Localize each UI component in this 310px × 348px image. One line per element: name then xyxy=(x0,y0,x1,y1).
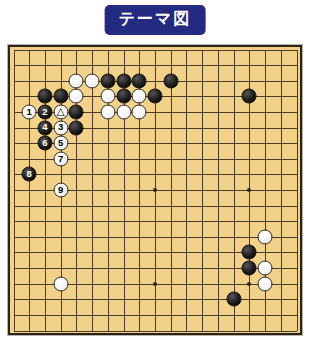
star-point xyxy=(247,282,251,286)
stone-black xyxy=(116,89,131,104)
stone-black xyxy=(53,89,68,104)
stone-white-move-9: 9 xyxy=(53,183,68,198)
stone-black xyxy=(69,120,84,135)
stone-black xyxy=(116,73,131,88)
stone-white-move-5: 5 xyxy=(53,136,68,151)
star-point xyxy=(153,188,157,192)
move-number-label: 4 xyxy=(42,122,47,132)
stone-white xyxy=(100,89,115,104)
grid-line-vertical xyxy=(202,50,203,331)
grid-line-horizontal xyxy=(14,206,297,207)
stone-black-move-8: 8 xyxy=(22,167,37,182)
stone-white-move-3: 3 xyxy=(53,120,68,135)
stone-white-marked: △ xyxy=(53,104,68,119)
stone-white xyxy=(69,73,84,88)
stone-white xyxy=(258,229,273,244)
move-number-label: 3 xyxy=(58,122,63,132)
stone-white-move-1: 1 xyxy=(22,104,37,119)
diagram-title: テーマ図 xyxy=(105,5,206,35)
stone-white xyxy=(132,104,147,119)
stone-white xyxy=(258,261,273,276)
stone-black xyxy=(69,104,84,119)
stone-black xyxy=(226,292,241,307)
stone-black xyxy=(242,261,257,276)
stone-white xyxy=(116,104,131,119)
grid-line-horizontal xyxy=(14,331,297,332)
move-number-label: 6 xyxy=(42,138,47,148)
move-number-label: 8 xyxy=(27,169,32,179)
grid-line-vertical xyxy=(218,50,219,331)
grid-line-vertical xyxy=(171,50,172,331)
stone-black xyxy=(163,73,178,88)
stone-white-move-7: 7 xyxy=(53,151,68,166)
stone-white xyxy=(69,89,84,104)
grid-line-vertical xyxy=(281,50,282,331)
move-number-label: 1 xyxy=(27,107,32,117)
stone-black-move-4: 4 xyxy=(37,120,52,135)
move-number-label: 2 xyxy=(42,107,47,117)
stone-white xyxy=(53,276,68,291)
go-board: 24681△3579 xyxy=(8,45,302,335)
stone-black xyxy=(100,73,115,88)
star-point xyxy=(153,282,157,286)
stone-black xyxy=(242,89,257,104)
grid-line-vertical xyxy=(297,50,298,331)
grid-line-horizontal xyxy=(14,315,297,316)
grid-line-horizontal xyxy=(14,299,297,300)
stone-white xyxy=(132,89,147,104)
move-number-label: 7 xyxy=(58,154,63,164)
grid-line-vertical xyxy=(234,50,235,331)
triangle-mark-icon: △ xyxy=(57,106,65,117)
stone-white xyxy=(100,104,115,119)
grid-line-horizontal xyxy=(14,237,297,238)
stone-white xyxy=(85,73,100,88)
stone-black xyxy=(148,89,163,104)
stone-black xyxy=(37,89,52,104)
stone-black xyxy=(132,73,147,88)
grid-line-horizontal xyxy=(14,221,297,222)
move-number-label: 9 xyxy=(58,185,63,195)
grid-line-vertical xyxy=(186,50,187,331)
stone-black-move-2: 2 xyxy=(37,104,52,119)
stone-white xyxy=(258,276,273,291)
star-point xyxy=(247,188,251,192)
stone-black-move-6: 6 xyxy=(37,136,52,151)
stone-black xyxy=(242,245,257,260)
move-number-label: 5 xyxy=(58,138,63,148)
